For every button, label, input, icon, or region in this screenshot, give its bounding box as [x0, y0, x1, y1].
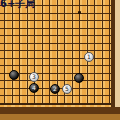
grid-vline [102, 0, 103, 105]
stone-black [74, 73, 84, 83]
background-bottom [0, 114, 120, 120]
grid-hline [0, 28, 111, 29]
grid-hline [0, 50, 111, 51]
stone-black-2: 2 [50, 84, 60, 94]
grid-hline [0, 80, 111, 81]
title-overlay: 6+子局 [0, 0, 35, 11]
move-number: 3 [30, 73, 38, 81]
move-number: 1 [85, 53, 93, 61]
go-app-screenshot: 15243 6+子局 [0, 0, 120, 120]
grid-hline [0, 13, 111, 14]
grid-hline [0, 43, 111, 44]
grid-hline [0, 58, 111, 59]
board-edge-bottom [0, 107, 120, 114]
stone-white-1: 1 [84, 52, 94, 62]
move-number: 4 [30, 84, 38, 92]
grid-hline [0, 35, 111, 36]
grid-vline [94, 0, 95, 105]
grid-vline [4, 0, 5, 105]
grid-hline [0, 65, 111, 66]
grid-vline [109, 0, 110, 105]
star-point [78, 11, 81, 14]
grid-vline [42, 0, 43, 105]
stone-white-5: 5 [62, 84, 72, 94]
stone-white-3: 3 [29, 72, 39, 82]
grid-vline [12, 0, 13, 105]
grid-vline [19, 0, 20, 105]
grid-vline [79, 0, 80, 105]
grid-hline [0, 20, 111, 21]
stone-black [9, 70, 19, 80]
move-number: 2 [51, 85, 59, 93]
background-right [115, 0, 120, 108]
move-number: 5 [63, 85, 71, 93]
go-board[interactable]: 15243 6+子局 [0, 0, 120, 120]
grid-hline [0, 95, 111, 96]
grid-vline [27, 0, 28, 105]
stone-black-4: 4 [29, 83, 39, 93]
grid-hline-edge [0, 103, 111, 105]
